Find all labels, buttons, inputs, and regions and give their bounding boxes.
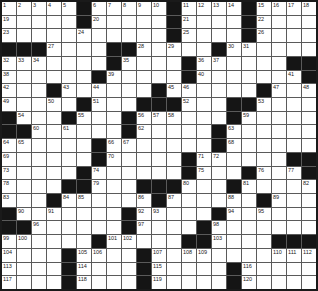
- crossword-cell[interactable]: [62, 57, 76, 70]
- crossword-cell[interactable]: [62, 167, 76, 180]
- crossword-cell[interactable]: [122, 194, 136, 207]
- crossword-cell[interactable]: [137, 153, 151, 166]
- crossword-cell[interactable]: [182, 221, 196, 234]
- crossword-cell[interactable]: [17, 16, 31, 29]
- crossword-cell[interactable]: [302, 208, 316, 221]
- crossword-cell[interactable]: 47: [272, 84, 286, 97]
- crossword-cell[interactable]: [272, 276, 286, 289]
- crossword-cell[interactable]: [62, 208, 76, 221]
- crossword-cell[interactable]: [152, 29, 166, 42]
- crossword-cell[interactable]: [257, 153, 271, 166]
- crossword-cell[interactable]: [92, 221, 106, 234]
- crossword-cell[interactable]: [152, 71, 166, 84]
- crossword-cell[interactable]: [17, 29, 31, 42]
- crossword-cell[interactable]: [212, 263, 226, 276]
- crossword-cell[interactable]: 91: [47, 208, 61, 221]
- crossword-cell[interactable]: 35: [122, 57, 136, 70]
- crossword-cell[interactable]: [167, 167, 181, 180]
- crossword-cell[interactable]: [242, 208, 256, 221]
- crossword-cell[interactable]: 116: [242, 263, 256, 276]
- crossword-cell[interactable]: 71: [197, 153, 211, 166]
- crossword-cell[interactable]: 31: [242, 43, 256, 56]
- crossword-cell[interactable]: [122, 276, 136, 289]
- crossword-cell[interactable]: [212, 276, 226, 289]
- crossword-cell[interactable]: [212, 84, 226, 97]
- crossword-cell[interactable]: [167, 276, 181, 289]
- crossword-cell[interactable]: [17, 84, 31, 97]
- crossword-cell[interactable]: [197, 84, 211, 97]
- crossword-cell[interactable]: 1: [2, 2, 16, 15]
- crossword-cell[interactable]: [62, 235, 76, 248]
- crossword-cell[interactable]: [242, 194, 256, 207]
- crossword-cell[interactable]: [77, 221, 91, 234]
- crossword-cell[interactable]: [302, 29, 316, 42]
- crossword-cell[interactable]: 41: [287, 71, 301, 84]
- crossword-cell[interactable]: [32, 29, 46, 42]
- crossword-cell[interactable]: [272, 71, 286, 84]
- crossword-cell[interactable]: [77, 153, 91, 166]
- crossword-cell[interactable]: [92, 29, 106, 42]
- crossword-cell[interactable]: 74: [92, 167, 106, 180]
- crossword-cell[interactable]: 9: [137, 2, 151, 15]
- crossword-cell[interactable]: [32, 153, 46, 166]
- crossword-cell[interactable]: [212, 16, 226, 29]
- crossword-cell[interactable]: [182, 125, 196, 138]
- crossword-cell[interactable]: [227, 29, 241, 42]
- crossword-cell[interactable]: 5: [62, 2, 76, 15]
- crossword-cell[interactable]: 43: [62, 84, 76, 97]
- crossword-cell[interactable]: [32, 167, 46, 180]
- crossword-cell[interactable]: 6: [92, 2, 106, 15]
- crossword-cell[interactable]: [257, 263, 271, 276]
- crossword-cell[interactable]: [152, 125, 166, 138]
- crossword-cell[interactable]: 20: [92, 16, 106, 29]
- crossword-cell[interactable]: 17: [287, 2, 301, 15]
- crossword-cell[interactable]: [62, 71, 76, 84]
- crossword-cell[interactable]: [137, 29, 151, 42]
- crossword-cell[interactable]: [77, 71, 91, 84]
- crossword-cell[interactable]: [152, 153, 166, 166]
- crossword-cell[interactable]: [77, 235, 91, 248]
- crossword-cell[interactable]: 58: [167, 112, 181, 125]
- crossword-cell[interactable]: 29: [167, 43, 181, 56]
- crossword-cell[interactable]: [197, 16, 211, 29]
- crossword-cell[interactable]: [107, 125, 121, 138]
- crossword-cell[interactable]: 55: [77, 112, 91, 125]
- crossword-cell[interactable]: [227, 84, 241, 97]
- crossword-cell[interactable]: 92: [137, 208, 151, 221]
- crossword-cell[interactable]: 107: [152, 249, 166, 262]
- crossword-cell[interactable]: [287, 84, 301, 97]
- crossword-cell[interactable]: 101: [107, 235, 121, 248]
- crossword-cell[interactable]: [197, 43, 211, 56]
- crossword-cell[interactable]: 65: [17, 139, 31, 152]
- crossword-cell[interactable]: 68: [227, 139, 241, 152]
- crossword-cell[interactable]: [122, 263, 136, 276]
- crossword-cell[interactable]: [62, 29, 76, 42]
- crossword-cell[interactable]: 23: [2, 29, 16, 42]
- crossword-cell[interactable]: [302, 125, 316, 138]
- crossword-cell[interactable]: [152, 221, 166, 234]
- crossword-cell[interactable]: [302, 43, 316, 56]
- crossword-cell[interactable]: [167, 208, 181, 221]
- crossword-cell[interactable]: 10: [152, 2, 166, 15]
- crossword-cell[interactable]: [122, 84, 136, 97]
- crossword-cell[interactable]: 50: [47, 98, 61, 111]
- crossword-cell[interactable]: [137, 71, 151, 84]
- crossword-cell[interactable]: [257, 221, 271, 234]
- crossword-cell[interactable]: [47, 139, 61, 152]
- crossword-cell[interactable]: 3: [32, 2, 46, 15]
- crossword-cell[interactable]: [32, 71, 46, 84]
- crossword-cell[interactable]: [47, 153, 61, 166]
- crossword-cell[interactable]: [122, 153, 136, 166]
- crossword-cell[interactable]: [197, 194, 211, 207]
- crossword-cell[interactable]: [17, 153, 31, 166]
- crossword-cell[interactable]: [107, 167, 121, 180]
- crossword-cell[interactable]: [242, 139, 256, 152]
- crossword-cell[interactable]: [152, 57, 166, 70]
- crossword-cell[interactable]: 34: [32, 57, 46, 70]
- crossword-cell[interactable]: [17, 194, 31, 207]
- crossword-cell[interactable]: [167, 125, 181, 138]
- crossword-cell[interactable]: 57: [152, 112, 166, 125]
- crossword-cell[interactable]: 83: [2, 194, 16, 207]
- crossword-cell[interactable]: [107, 112, 121, 125]
- crossword-cell[interactable]: [92, 194, 106, 207]
- crossword-cell[interactable]: 60: [32, 125, 46, 138]
- crossword-cell[interactable]: 118: [77, 276, 91, 289]
- crossword-cell[interactable]: [122, 16, 136, 29]
- crossword-cell[interactable]: 77: [287, 167, 301, 180]
- crossword-cell[interactable]: [32, 139, 46, 152]
- crossword-cell[interactable]: 90: [17, 208, 31, 221]
- crossword-cell[interactable]: [32, 276, 46, 289]
- crossword-cell[interactable]: [152, 235, 166, 248]
- crossword-cell[interactable]: 84: [62, 194, 76, 207]
- crossword-cell[interactable]: [32, 112, 46, 125]
- crossword-cell[interactable]: [32, 208, 46, 221]
- crossword-cell[interactable]: 94: [227, 208, 241, 221]
- crossword-cell[interactable]: 95: [257, 208, 271, 221]
- crossword-cell[interactable]: 99: [2, 235, 16, 248]
- crossword-cell[interactable]: [197, 29, 211, 42]
- crossword-cell[interactable]: 82: [302, 180, 316, 193]
- crossword-cell[interactable]: [62, 153, 76, 166]
- crossword-cell[interactable]: [107, 84, 121, 97]
- crossword-cell[interactable]: [62, 221, 76, 234]
- crossword-cell[interactable]: [257, 125, 271, 138]
- crossword-cell[interactable]: 111: [287, 249, 301, 262]
- crossword-cell[interactable]: [272, 263, 286, 276]
- crossword-cell[interactable]: [107, 194, 121, 207]
- crossword-cell[interactable]: [17, 71, 31, 84]
- crossword-cell[interactable]: [212, 180, 226, 193]
- crossword-cell[interactable]: 51: [92, 98, 106, 111]
- crossword-cell[interactable]: 12: [197, 2, 211, 15]
- crossword-cell[interactable]: [17, 263, 31, 276]
- crossword-cell[interactable]: [77, 125, 91, 138]
- crossword-cell[interactable]: [167, 263, 181, 276]
- crossword-cell[interactable]: [167, 71, 181, 84]
- crossword-cell[interactable]: [167, 221, 181, 234]
- crossword-cell[interactable]: [47, 112, 61, 125]
- crossword-cell[interactable]: [17, 276, 31, 289]
- crossword-cell[interactable]: 48: [302, 84, 316, 97]
- crossword-cell[interactable]: [272, 29, 286, 42]
- crossword-cell[interactable]: 14: [227, 2, 241, 15]
- crossword-cell[interactable]: 2: [17, 2, 31, 15]
- crossword-cell[interactable]: [167, 249, 181, 262]
- crossword-cell[interactable]: [227, 235, 241, 248]
- crossword-cell[interactable]: [137, 167, 151, 180]
- crossword-cell[interactable]: [197, 125, 211, 138]
- crossword-cell[interactable]: [242, 221, 256, 234]
- crossword-cell[interactable]: 38: [2, 71, 16, 84]
- crossword-cell[interactable]: 85: [77, 194, 91, 207]
- crossword-cell[interactable]: 108: [182, 249, 196, 262]
- crossword-cell[interactable]: [62, 16, 76, 29]
- crossword-cell[interactable]: [197, 208, 211, 221]
- crossword-cell[interactable]: [272, 153, 286, 166]
- crossword-cell[interactable]: 16: [272, 2, 286, 15]
- crossword-cell[interactable]: [242, 249, 256, 262]
- crossword-cell[interactable]: 63: [227, 125, 241, 138]
- crossword-cell[interactable]: 61: [62, 125, 76, 138]
- crossword-cell[interactable]: [302, 263, 316, 276]
- crossword-cell[interactable]: [242, 153, 256, 166]
- crossword-cell[interactable]: [137, 16, 151, 29]
- crossword-cell[interactable]: 18: [302, 2, 316, 15]
- crossword-cell[interactable]: [92, 263, 106, 276]
- crossword-cell[interactable]: [47, 167, 61, 180]
- crossword-cell[interactable]: [17, 249, 31, 262]
- crossword-cell[interactable]: [287, 194, 301, 207]
- crossword-cell[interactable]: [77, 57, 91, 70]
- crossword-cell[interactable]: [182, 276, 196, 289]
- crossword-cell[interactable]: [212, 194, 226, 207]
- crossword-cell[interactable]: [242, 235, 256, 248]
- crossword-cell[interactable]: 30: [227, 43, 241, 56]
- crossword-cell[interactable]: [257, 112, 271, 125]
- crossword-cell[interactable]: [137, 235, 151, 248]
- crossword-cell[interactable]: [227, 153, 241, 166]
- crossword-cell[interactable]: 87: [167, 194, 181, 207]
- crossword-cell[interactable]: [92, 43, 106, 56]
- crossword-cell[interactable]: [47, 57, 61, 70]
- crossword-cell[interactable]: [107, 29, 121, 42]
- crossword-cell[interactable]: [227, 57, 241, 70]
- crossword-cell[interactable]: [107, 221, 121, 234]
- crossword-cell[interactable]: [107, 263, 121, 276]
- crossword-cell[interactable]: [152, 139, 166, 152]
- crossword-cell[interactable]: [257, 180, 271, 193]
- crossword-cell[interactable]: 32: [2, 57, 16, 70]
- crossword-cell[interactable]: 104: [2, 249, 16, 262]
- crossword-cell[interactable]: 75: [197, 167, 211, 180]
- crossword-cell[interactable]: 36: [197, 57, 211, 70]
- crossword-cell[interactable]: [182, 139, 196, 152]
- crossword-cell[interactable]: 109: [197, 249, 211, 262]
- crossword-cell[interactable]: 115: [152, 263, 166, 276]
- crossword-cell[interactable]: 72: [212, 153, 226, 166]
- crossword-cell[interactable]: 11: [182, 2, 196, 15]
- crossword-cell[interactable]: [167, 153, 181, 166]
- crossword-cell[interactable]: [212, 112, 226, 125]
- crossword-cell[interactable]: [182, 43, 196, 56]
- crossword-cell[interactable]: [272, 180, 286, 193]
- crossword-cell[interactable]: 106: [92, 249, 106, 262]
- crossword-cell[interactable]: [122, 29, 136, 42]
- crossword-cell[interactable]: 69: [2, 153, 16, 166]
- crossword-cell[interactable]: 86: [137, 194, 151, 207]
- crossword-cell[interactable]: [227, 249, 241, 262]
- crossword-cell[interactable]: 103: [212, 235, 226, 248]
- crossword-cell[interactable]: [77, 208, 91, 221]
- crossword-cell[interactable]: [122, 167, 136, 180]
- crossword-cell[interactable]: [62, 98, 76, 111]
- crossword-cell[interactable]: [167, 139, 181, 152]
- crossword-cell[interactable]: [272, 43, 286, 56]
- crossword-cell[interactable]: [32, 98, 46, 111]
- crossword-cell[interactable]: [32, 84, 46, 97]
- crossword-cell[interactable]: [47, 263, 61, 276]
- crossword-cell[interactable]: [287, 276, 301, 289]
- crossword-cell[interactable]: [302, 194, 316, 207]
- crossword-cell[interactable]: [92, 112, 106, 125]
- crossword-cell[interactable]: [152, 167, 166, 180]
- crossword-cell[interactable]: 114: [77, 263, 91, 276]
- crossword-cell[interactable]: 53: [257, 98, 271, 111]
- crossword-cell[interactable]: [47, 71, 61, 84]
- crossword-cell[interactable]: [17, 167, 31, 180]
- crossword-cell[interactable]: [287, 125, 301, 138]
- crossword-cell[interactable]: 22: [257, 16, 271, 29]
- crossword-cell[interactable]: 117: [2, 276, 16, 289]
- crossword-cell[interactable]: 67: [122, 139, 136, 152]
- crossword-cell[interactable]: [62, 43, 76, 56]
- crossword-cell[interactable]: 112: [302, 249, 316, 262]
- crossword-cell[interactable]: 27: [47, 43, 61, 56]
- crossword-cell[interactable]: 89: [272, 194, 286, 207]
- crossword-cell[interactable]: 64: [2, 139, 16, 152]
- crossword-cell[interactable]: [197, 276, 211, 289]
- crossword-cell[interactable]: [197, 98, 211, 111]
- crossword-cell[interactable]: [137, 57, 151, 70]
- crossword-cell[interactable]: [32, 235, 46, 248]
- crossword-cell[interactable]: [212, 71, 226, 84]
- crossword-cell[interactable]: 13: [212, 2, 226, 15]
- crossword-cell[interactable]: [197, 112, 211, 125]
- crossword-cell[interactable]: [152, 16, 166, 29]
- crossword-cell[interactable]: [242, 71, 256, 84]
- crossword-cell[interactable]: [257, 276, 271, 289]
- crossword-cell[interactable]: [107, 180, 121, 193]
- crossword-cell[interactable]: 97: [137, 221, 151, 234]
- crossword-cell[interactable]: [257, 235, 271, 248]
- crossword-cell[interactable]: [122, 98, 136, 111]
- crossword-cell[interactable]: [212, 98, 226, 111]
- crossword-cell[interactable]: 28: [137, 43, 151, 56]
- crossword-cell[interactable]: [212, 167, 226, 180]
- crossword-cell[interactable]: [242, 57, 256, 70]
- crossword-cell[interactable]: [257, 139, 271, 152]
- crossword-cell[interactable]: [257, 57, 271, 70]
- crossword-cell[interactable]: 33: [17, 57, 31, 70]
- crossword-cell[interactable]: [302, 112, 316, 125]
- crossword-cell[interactable]: 44: [92, 84, 106, 97]
- crossword-cell[interactable]: 88: [227, 194, 241, 207]
- crossword-cell[interactable]: 120: [242, 276, 256, 289]
- crossword-cell[interactable]: 54: [17, 112, 31, 125]
- crossword-cell[interactable]: [47, 125, 61, 138]
- crossword-cell[interactable]: 98: [212, 221, 226, 234]
- crossword-cell[interactable]: [287, 208, 301, 221]
- crossword-cell[interactable]: 24: [77, 29, 91, 42]
- crossword-cell[interactable]: 56: [137, 112, 151, 125]
- crossword-cell[interactable]: [47, 276, 61, 289]
- crossword-cell[interactable]: 93: [152, 208, 166, 221]
- crossword-cell[interactable]: 76: [257, 167, 271, 180]
- crossword-cell[interactable]: 105: [77, 249, 91, 262]
- crossword-cell[interactable]: [167, 57, 181, 70]
- crossword-cell[interactable]: [182, 112, 196, 125]
- crossword-cell[interactable]: 4: [47, 2, 61, 15]
- crossword-cell[interactable]: 52: [182, 98, 196, 111]
- crossword-cell[interactable]: 49: [2, 98, 16, 111]
- crossword-cell[interactable]: [257, 249, 271, 262]
- crossword-cell[interactable]: [167, 235, 181, 248]
- crossword-cell[interactable]: [107, 208, 121, 221]
- crossword-cell[interactable]: 25: [182, 29, 196, 42]
- crossword-cell[interactable]: [272, 221, 286, 234]
- crossword-cell[interactable]: [272, 57, 286, 70]
- crossword-cell[interactable]: [302, 139, 316, 152]
- crossword-cell[interactable]: [287, 29, 301, 42]
- crossword-cell[interactable]: [197, 263, 211, 276]
- crossword-cell[interactable]: [107, 16, 121, 29]
- crossword-cell[interactable]: [287, 180, 301, 193]
- crossword-cell[interactable]: 26: [257, 29, 271, 42]
- crossword-cell[interactable]: [257, 43, 271, 56]
- crossword-cell[interactable]: 62: [137, 125, 151, 138]
- crossword-cell[interactable]: [287, 221, 301, 234]
- crossword-cell[interactable]: [287, 263, 301, 276]
- crossword-cell[interactable]: [302, 221, 316, 234]
- crossword-cell[interactable]: [197, 139, 211, 152]
- crossword-cell[interactable]: [107, 276, 121, 289]
- crossword-cell[interactable]: [32, 249, 46, 262]
- crossword-cell[interactable]: [272, 112, 286, 125]
- crossword-cell[interactable]: [92, 276, 106, 289]
- crossword-cell[interactable]: [272, 167, 286, 180]
- crossword-cell[interactable]: [287, 112, 301, 125]
- crossword-cell[interactable]: [272, 139, 286, 152]
- crossword-cell[interactable]: 70: [107, 153, 121, 166]
- crossword-cell[interactable]: [227, 167, 241, 180]
- crossword-cell[interactable]: [47, 16, 61, 29]
- crossword-cell[interactable]: [62, 139, 76, 152]
- crossword-cell[interactable]: 37: [212, 57, 226, 70]
- crossword-cell[interactable]: [272, 98, 286, 111]
- crossword-cell[interactable]: [272, 125, 286, 138]
- crossword-cell[interactable]: 40: [197, 71, 211, 84]
- crossword-cell[interactable]: [122, 180, 136, 193]
- crossword-cell[interactable]: 79: [92, 180, 106, 193]
- crossword-cell[interactable]: [212, 249, 226, 262]
- crossword-cell[interactable]: 19: [2, 16, 16, 29]
- crossword-cell[interactable]: 73: [2, 167, 16, 180]
